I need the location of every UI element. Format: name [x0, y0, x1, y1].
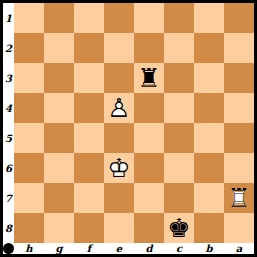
- piece-glyph: ♚: [164, 213, 194, 243]
- rank-label-1: 1: [3, 3, 14, 33]
- square-c8[interactable]: ♚: [164, 213, 194, 243]
- square-e5[interactable]: [104, 123, 134, 153]
- square-f7[interactable]: [74, 183, 104, 213]
- square-g4[interactable]: [44, 93, 74, 123]
- to-move-corner: [3, 243, 14, 254]
- square-f6[interactable]: [74, 153, 104, 183]
- square-h2[interactable]: [14, 33, 44, 63]
- piece-outline-glyph: ♙: [104, 93, 134, 123]
- chess-board-diagram: 123♜4♟♙56♚♔7♜♖8♚hgfedcba: [0, 0, 257, 257]
- square-h3[interactable]: [14, 63, 44, 93]
- square-e3[interactable]: [104, 63, 134, 93]
- side-to-move-indicator: [3, 243, 14, 254]
- square-d6[interactable]: [134, 153, 164, 183]
- square-e4[interactable]: ♟♙: [104, 93, 134, 123]
- square-f2[interactable]: [74, 33, 104, 63]
- rank-label-2: 2: [3, 33, 14, 63]
- square-c6[interactable]: [164, 153, 194, 183]
- square-g6[interactable]: [44, 153, 74, 183]
- rank-label-6: 6: [3, 153, 14, 183]
- piece-white-rook[interactable]: ♜♖: [224, 183, 254, 213]
- square-d5[interactable]: [134, 123, 164, 153]
- square-g2[interactable]: [44, 33, 74, 63]
- file-label-h: h: [14, 243, 44, 254]
- file-label-a: a: [224, 243, 254, 254]
- square-f1[interactable]: [74, 3, 104, 33]
- piece-black-rook[interactable]: ♜: [134, 63, 164, 93]
- square-a7[interactable]: ♜♖: [224, 183, 254, 213]
- square-h6[interactable]: [14, 153, 44, 183]
- square-a8[interactable]: [224, 213, 254, 243]
- square-d1[interactable]: [134, 3, 164, 33]
- file-label-c: c: [164, 243, 194, 254]
- file-label-b: b: [194, 243, 224, 254]
- square-b2[interactable]: [194, 33, 224, 63]
- square-d4[interactable]: [134, 93, 164, 123]
- square-c1[interactable]: [164, 3, 194, 33]
- piece-outline-glyph: ♔: [104, 153, 134, 183]
- square-a6[interactable]: [224, 153, 254, 183]
- square-f5[interactable]: [74, 123, 104, 153]
- square-g7[interactable]: [44, 183, 74, 213]
- piece-glyph: ♜: [134, 63, 164, 93]
- square-b8[interactable]: [194, 213, 224, 243]
- square-h7[interactable]: [14, 183, 44, 213]
- rank-label-5: 5: [3, 123, 14, 153]
- piece-black-king[interactable]: ♚: [164, 213, 194, 243]
- square-e2[interactable]: [104, 33, 134, 63]
- square-h4[interactable]: [14, 93, 44, 123]
- square-a2[interactable]: [224, 33, 254, 63]
- square-c4[interactable]: [164, 93, 194, 123]
- square-a3[interactable]: [224, 63, 254, 93]
- square-a5[interactable]: [224, 123, 254, 153]
- square-b6[interactable]: [194, 153, 224, 183]
- square-c7[interactable]: [164, 183, 194, 213]
- square-f8[interactable]: [74, 213, 104, 243]
- square-d2[interactable]: [134, 33, 164, 63]
- piece-white-pawn[interactable]: ♟♙: [104, 93, 134, 123]
- square-c2[interactable]: [164, 33, 194, 63]
- square-a4[interactable]: [224, 93, 254, 123]
- square-f4[interactable]: [74, 93, 104, 123]
- square-b7[interactable]: [194, 183, 224, 213]
- square-e7[interactable]: [104, 183, 134, 213]
- piece-white-king[interactable]: ♚♔: [104, 153, 134, 183]
- square-g3[interactable]: [44, 63, 74, 93]
- square-d7[interactable]: [134, 183, 164, 213]
- square-e6[interactable]: ♚♔: [104, 153, 134, 183]
- rank-label-7: 7: [3, 183, 14, 213]
- rank-label-3: 3: [3, 63, 14, 93]
- square-f3[interactable]: [74, 63, 104, 93]
- rank-label-8: 8: [3, 213, 14, 243]
- square-a1[interactable]: [224, 3, 254, 33]
- square-h1[interactable]: [14, 3, 44, 33]
- file-label-g: g: [44, 243, 74, 254]
- square-h8[interactable]: [14, 213, 44, 243]
- square-e1[interactable]: [104, 3, 134, 33]
- square-e8[interactable]: [104, 213, 134, 243]
- square-g1[interactable]: [44, 3, 74, 33]
- piece-outline-glyph: ♖: [224, 183, 254, 213]
- square-b4[interactable]: [194, 93, 224, 123]
- square-g5[interactable]: [44, 123, 74, 153]
- square-c3[interactable]: [164, 63, 194, 93]
- rank-label-4: 4: [3, 93, 14, 123]
- square-d8[interactable]: [134, 213, 164, 243]
- file-label-e: e: [104, 243, 134, 254]
- square-h5[interactable]: [14, 123, 44, 153]
- square-b5[interactable]: [194, 123, 224, 153]
- square-g8[interactable]: [44, 213, 74, 243]
- square-b1[interactable]: [194, 3, 224, 33]
- file-label-f: f: [74, 243, 104, 254]
- file-label-d: d: [134, 243, 164, 254]
- square-c5[interactable]: [164, 123, 194, 153]
- square-b3[interactable]: [194, 63, 224, 93]
- square-d3[interactable]: ♜: [134, 63, 164, 93]
